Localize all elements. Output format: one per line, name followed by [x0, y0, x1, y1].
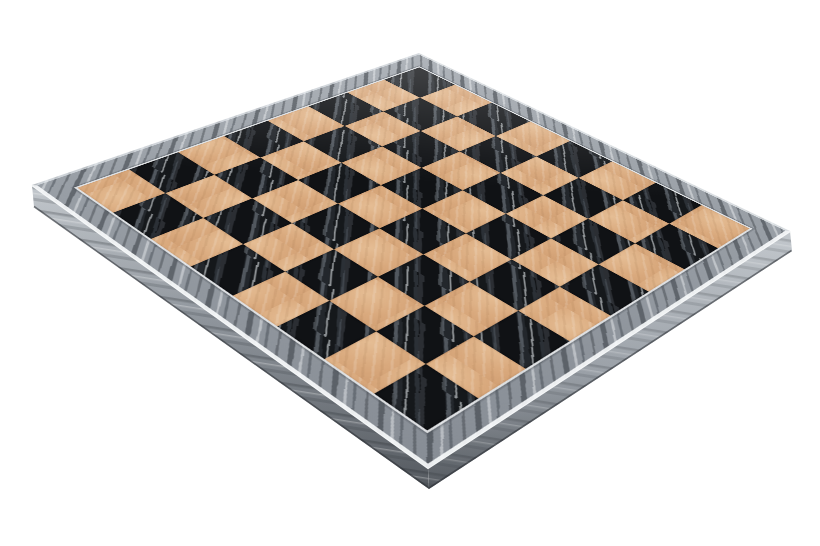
product-photo-scene	[0, 0, 820, 546]
